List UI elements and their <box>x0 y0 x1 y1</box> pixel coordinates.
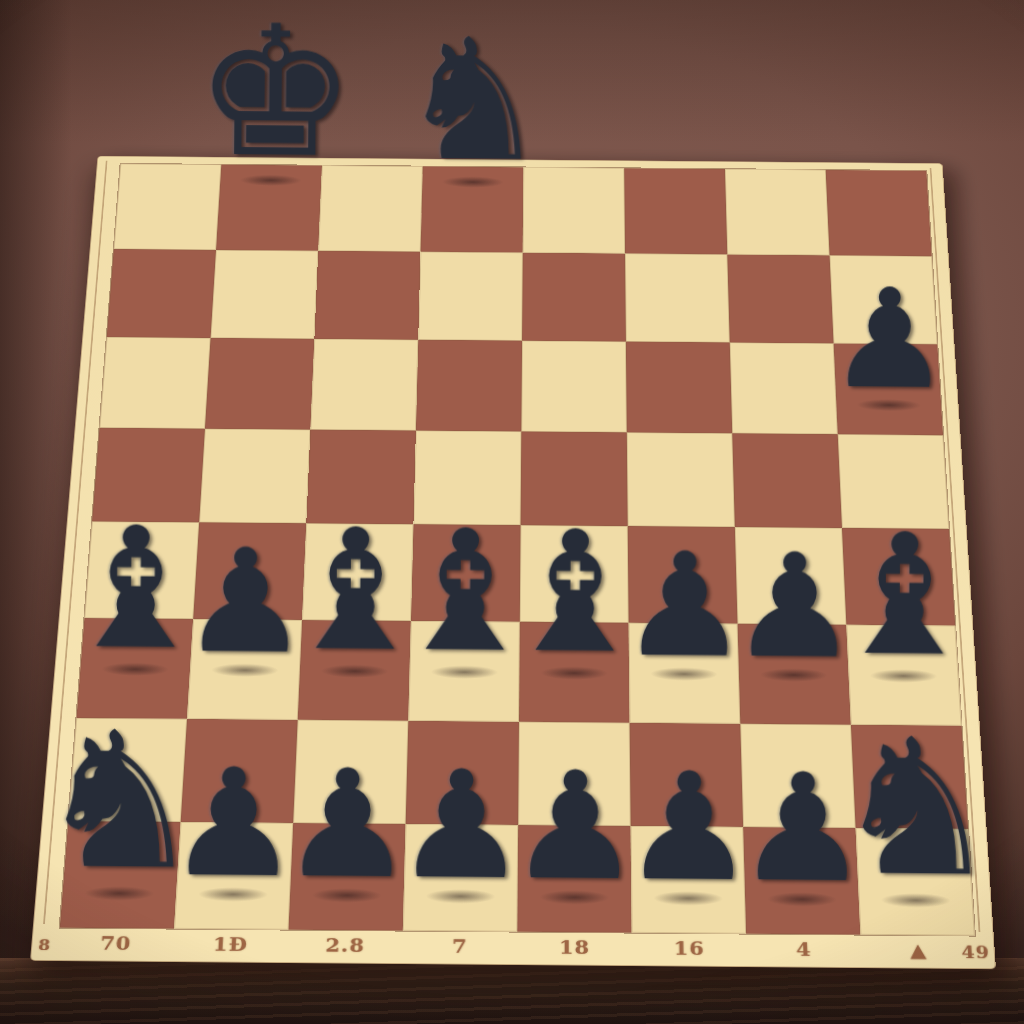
black-knight[interactable]: ♞ <box>829 714 1004 904</box>
file-label: ▲ <box>909 939 927 962</box>
square-b7[interactable] <box>211 250 319 339</box>
square-f6[interactable] <box>626 342 732 434</box>
square-e7[interactable] <box>522 253 626 342</box>
file-label: 18 <box>559 936 590 959</box>
square-c6[interactable] <box>310 339 418 431</box>
square-e6[interactable] <box>521 341 626 433</box>
file-label: 70 <box>99 932 132 955</box>
file-label: 4 <box>796 938 812 961</box>
square-g8[interactable] <box>725 169 830 255</box>
chess-board: 2 · ♚♞♟♝♟♝♝♝♟♟♝♞♟♟♟♟♟♟♞ 8 49 701Ð2.87181… <box>30 156 996 969</box>
file-label: 2.8 <box>325 934 365 957</box>
black-king[interactable]: ♚ <box>194 2 349 183</box>
square-b6[interactable] <box>205 338 314 430</box>
square-a7[interactable] <box>107 249 216 338</box>
file-label: 16 <box>673 937 705 960</box>
square-c7[interactable] <box>314 251 420 340</box>
square-h6[interactable]: ♟ <box>834 343 944 435</box>
square-d6[interactable] <box>416 340 522 432</box>
black-bishop[interactable]: ♝ <box>820 511 989 680</box>
file-label: 7 <box>452 935 468 958</box>
square-d8[interactable]: ♞ <box>421 166 524 252</box>
black-knight[interactable]: ♞ <box>396 17 551 185</box>
board-grid: ♚♞♟♝♟♝♝♝♟♟♝♞♟♟♟♟♟♟♞ <box>60 164 975 936</box>
black-pawn[interactable]: ♟ <box>809 270 970 408</box>
square-b8[interactable]: ♚ <box>216 165 322 251</box>
square-a6[interactable] <box>99 337 210 429</box>
square-f7[interactable] <box>625 253 730 342</box>
corner-label-right: 49 <box>961 942 991 962</box>
square-h8[interactable] <box>826 170 932 256</box>
square-f8[interactable] <box>624 168 727 254</box>
square-h1[interactable]: ♞ <box>856 828 975 936</box>
corner-label-left: 8 <box>38 936 52 954</box>
file-label: 1Ð <box>212 933 248 956</box>
square-d7[interactable] <box>418 252 523 341</box>
board-border-frame: 2 · ♚♞♟♝♟♝♝♝♟♟♝♞♟♟♟♟♟♟♞ 8 49 701Ð2.87181… <box>30 156 996 969</box>
